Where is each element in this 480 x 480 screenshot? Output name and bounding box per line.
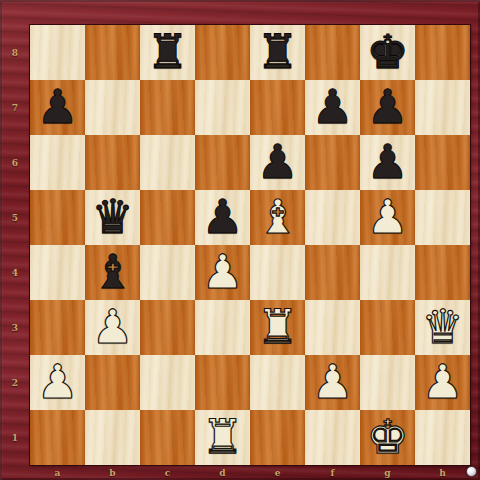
square-d1[interactable]: ♜ [195,410,250,465]
square-d4[interactable]: ♟ [195,245,250,300]
black-queen[interactable]: ♛ [85,190,140,245]
square-g3[interactable] [360,300,415,355]
square-h8[interactable] [415,25,470,80]
square-c1[interactable] [140,410,195,465]
white-rook[interactable]: ♜ [195,410,250,465]
rank-label-2: 2 [0,355,30,410]
white-rook[interactable]: ♜ [250,300,305,355]
square-c3[interactable] [140,300,195,355]
square-b3[interactable]: ♟ [85,300,140,355]
white-pawn[interactable]: ♟ [415,355,470,410]
white-pawn[interactable]: ♟ [360,190,415,245]
square-f7[interactable]: ♟ [305,80,360,135]
square-f8[interactable] [305,25,360,80]
white-pawn[interactable]: ♟ [305,355,360,410]
square-c6[interactable] [140,135,195,190]
square-b7[interactable] [85,80,140,135]
white-bishop[interactable]: ♝ [250,190,305,245]
square-d5[interactable]: ♟ [195,190,250,245]
square-d6[interactable] [195,135,250,190]
square-f3[interactable] [305,300,360,355]
file-label-g: g [360,465,415,480]
square-d8[interactable] [195,25,250,80]
square-b8[interactable] [85,25,140,80]
square-g6[interactable]: ♟ [360,135,415,190]
board-frame: 87654321 ♜♜♚♟♟♟♟♟♛♟♝♟♝♟♟♜♛♟♟♟♜♚ abcdefgh [0,0,480,480]
square-c2[interactable] [140,355,195,410]
square-f2[interactable]: ♟ [305,355,360,410]
black-pawn[interactable]: ♟ [250,135,305,190]
white-to-move-indicator [466,466,477,477]
square-g1[interactable]: ♚ [360,410,415,465]
square-c5[interactable] [140,190,195,245]
white-pawn[interactable]: ♟ [30,355,85,410]
file-label-h: h [415,465,470,480]
square-e3[interactable]: ♜ [250,300,305,355]
rank-label-6: 6 [0,135,30,190]
rank-label-4: 4 [0,245,30,300]
square-d2[interactable] [195,355,250,410]
square-g7[interactable]: ♟ [360,80,415,135]
square-a7[interactable]: ♟ [30,80,85,135]
black-king[interactable]: ♚ [360,25,415,80]
rank-label-1: 1 [0,410,30,465]
square-f1[interactable] [305,410,360,465]
black-pawn[interactable]: ♟ [30,80,85,135]
rank-label-7: 7 [0,80,30,135]
black-pawn[interactable]: ♟ [360,80,415,135]
square-g5[interactable]: ♟ [360,190,415,245]
square-b1[interactable] [85,410,140,465]
square-e7[interactable] [250,80,305,135]
square-b6[interactable] [85,135,140,190]
square-g8[interactable]: ♚ [360,25,415,80]
rank-label-5: 5 [0,190,30,245]
square-e2[interactable] [250,355,305,410]
square-a2[interactable]: ♟ [30,355,85,410]
rank-label-8: 8 [0,25,30,80]
white-king[interactable]: ♚ [360,410,415,465]
square-f6[interactable] [305,135,360,190]
square-h5[interactable] [415,190,470,245]
square-h6[interactable] [415,135,470,190]
black-pawn[interactable]: ♟ [360,135,415,190]
square-a6[interactable] [30,135,85,190]
square-c7[interactable] [140,80,195,135]
square-g4[interactable] [360,245,415,300]
square-b2[interactable] [85,355,140,410]
white-pawn[interactable]: ♟ [195,245,250,300]
square-h3[interactable]: ♛ [415,300,470,355]
rank-labels: 87654321 [0,25,30,465]
black-rook[interactable]: ♜ [250,25,305,80]
square-a1[interactable] [30,410,85,465]
square-a4[interactable] [30,245,85,300]
square-d3[interactable] [195,300,250,355]
square-a3[interactable] [30,300,85,355]
file-label-b: b [85,465,140,480]
file-label-d: d [195,465,250,480]
file-label-c: c [140,465,195,480]
file-labels: abcdefgh [30,465,470,480]
black-pawn[interactable]: ♟ [195,190,250,245]
square-h7[interactable] [415,80,470,135]
square-e6[interactable]: ♟ [250,135,305,190]
square-e1[interactable] [250,410,305,465]
square-a5[interactable] [30,190,85,245]
square-g2[interactable] [360,355,415,410]
black-bishop[interactable]: ♝ [85,245,140,300]
square-h2[interactable]: ♟ [415,355,470,410]
square-e8[interactable]: ♜ [250,25,305,80]
file-label-a: a [30,465,85,480]
square-e4[interactable] [250,245,305,300]
board: ♜♜♚♟♟♟♟♟♛♟♝♟♝♟♟♜♛♟♟♟♜♚ [30,25,470,465]
square-d7[interactable] [195,80,250,135]
square-b5[interactable]: ♛ [85,190,140,245]
file-label-f: f [305,465,360,480]
square-a8[interactable] [30,25,85,80]
square-b4[interactable]: ♝ [85,245,140,300]
square-f4[interactable] [305,245,360,300]
white-pawn[interactable]: ♟ [85,300,140,355]
white-queen[interactable]: ♛ [415,300,470,355]
square-c4[interactable] [140,245,195,300]
square-h4[interactable] [415,245,470,300]
file-label-e: e [250,465,305,480]
black-rook[interactable]: ♜ [140,25,195,80]
black-pawn[interactable]: ♟ [305,80,360,135]
square-e5[interactable]: ♝ [250,190,305,245]
square-h1[interactable] [415,410,470,465]
rank-label-3: 3 [0,300,30,355]
square-f5[interactable] [305,190,360,245]
square-c8[interactable]: ♜ [140,25,195,80]
